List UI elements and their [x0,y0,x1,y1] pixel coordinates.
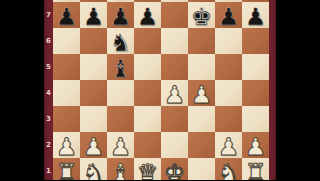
square-a2[interactable]: ♟ [53,132,80,158]
square-f5[interactable] [188,54,215,80]
square-a3[interactable] [53,106,80,132]
rank-label-4: 4 [44,80,53,106]
square-c6[interactable]: ♞ [107,28,134,54]
square-b5[interactable] [80,54,107,80]
square-g4[interactable] [215,80,242,106]
square-d4[interactable] [134,80,161,106]
white-pawn: ♟ [83,135,105,160]
square-h1[interactable]: ♜ [242,158,269,180]
square-b1[interactable]: ♞ [80,158,107,180]
square-a5[interactable] [53,54,80,80]
square-f4[interactable]: ♟ [188,80,215,106]
square-d3[interactable] [134,106,161,132]
square-g3[interactable] [215,106,242,132]
black-pawn: ♟ [83,5,105,30]
square-a4[interactable] [53,80,80,106]
square-h4[interactable] [242,80,269,106]
black-pawn: ♟ [218,5,240,30]
black-pawn: ♟ [110,5,132,30]
white-knight: ♞ [83,161,105,181]
black-pawn: ♟ [137,5,159,30]
board: ♜♝♛♞♜♟♟♟♟♚♟♟♞♝♟♟♟♟♟♟♟♜♞♝♛♚♞♜ [53,0,269,180]
square-g5[interactable] [215,54,242,80]
black-bishop: ♝ [110,57,132,82]
square-h7[interactable]: ♟ [242,2,269,28]
square-g2[interactable]: ♟ [215,132,242,158]
white-pawn: ♟ [218,135,240,160]
square-c4[interactable] [107,80,134,106]
black-knight: ♞ [110,31,132,56]
square-b2[interactable]: ♟ [80,132,107,158]
board-frame: 87654321 ♜♝♛♞♜♟♟♟♟♚♟♟♞♝♟♟♟♟♟♟♟♜♞♝♛♚♞♜ [44,0,276,180]
rank-labels: 87654321 [44,0,53,180]
square-h6[interactable] [242,28,269,54]
square-e4[interactable]: ♟ [161,80,188,106]
square-f7[interactable]: ♚ [188,2,215,28]
square-e3[interactable] [161,106,188,132]
square-d7[interactable]: ♟ [134,2,161,28]
rank-label-1: 1 [44,158,53,180]
white-pawn: ♟ [56,135,78,160]
square-b3[interactable] [80,106,107,132]
square-g1[interactable]: ♞ [215,158,242,180]
square-e1[interactable]: ♚ [161,158,188,180]
square-d1[interactable]: ♛ [134,158,161,180]
square-c5[interactable]: ♝ [107,54,134,80]
square-d5[interactable] [134,54,161,80]
white-bishop: ♝ [110,161,132,181]
black-pawn: ♟ [245,5,267,30]
video-frame: 87654321 ♜♝♛♞♜♟♟♟♟♚♟♟♞♝♟♟♟♟♟♟♟♜♞♝♛♚♞♜ [0,0,320,180]
rank-label-3: 3 [44,106,53,132]
white-pawn: ♟ [191,83,213,108]
white-rook: ♜ [245,161,267,181]
white-pawn: ♟ [110,135,132,160]
square-d2[interactable] [134,132,161,158]
rank-label-5: 5 [44,54,53,80]
rank-label-7: 7 [44,2,53,28]
square-f2[interactable] [188,132,215,158]
square-c2[interactable]: ♟ [107,132,134,158]
rank-label-6: 6 [44,28,53,54]
square-g6[interactable] [215,28,242,54]
square-e2[interactable] [161,132,188,158]
black-king: ♚ [191,5,213,30]
square-f6[interactable] [188,28,215,54]
white-pawn: ♟ [164,83,186,108]
square-a7[interactable]: ♟ [53,2,80,28]
white-king: ♚ [164,161,186,181]
square-e5[interactable] [161,54,188,80]
square-c1[interactable]: ♝ [107,158,134,180]
square-e6[interactable] [161,28,188,54]
square-h5[interactable] [242,54,269,80]
square-h3[interactable] [242,106,269,132]
square-e7[interactable] [161,2,188,28]
white-pawn: ♟ [245,135,267,160]
black-pawn: ♟ [56,5,78,30]
square-f1[interactable] [188,158,215,180]
white-queen: ♛ [137,161,159,181]
square-a1[interactable]: ♜ [53,158,80,180]
rank-label-2: 2 [44,132,53,158]
white-knight: ♞ [218,161,240,181]
square-g7[interactable]: ♟ [215,2,242,28]
white-rook: ♜ [56,161,78,181]
square-f3[interactable] [188,106,215,132]
square-b6[interactable] [80,28,107,54]
square-b4[interactable] [80,80,107,106]
square-h2[interactable]: ♟ [242,132,269,158]
square-c3[interactable] [107,106,134,132]
square-d6[interactable] [134,28,161,54]
square-b7[interactable]: ♟ [80,2,107,28]
square-c7[interactable]: ♟ [107,2,134,28]
square-a6[interactable] [53,28,80,54]
